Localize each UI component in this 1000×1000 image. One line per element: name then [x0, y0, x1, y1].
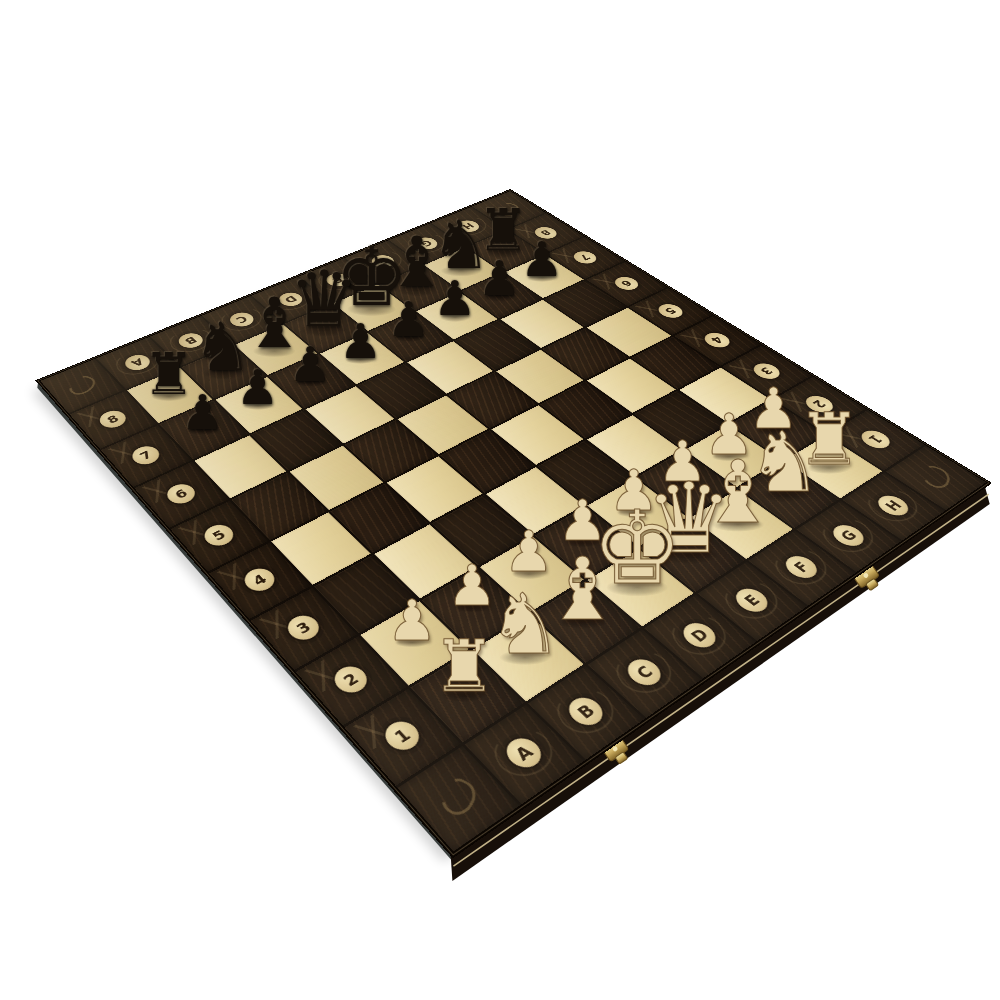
coordinate-medallion: A	[121, 352, 154, 373]
coordinate-medallion: 5	[654, 301, 688, 320]
coordinate-medallion: F	[368, 253, 399, 270]
coordinate-medallion: G	[411, 235, 441, 251]
coordinate-medallion: C	[226, 310, 258, 329]
coordinate-medallion: H	[453, 218, 483, 234]
coordinate-medallion: H	[873, 492, 914, 519]
coordinate-medallion: 1	[379, 716, 426, 755]
coordinate-medallion: 6	[610, 274, 643, 292]
coordinate-medallion: 1	[856, 427, 895, 451]
coordinate-medallion: C	[621, 655, 667, 691]
coordinate-medallion: 5	[199, 521, 238, 550]
carved-loop-icon	[919, 463, 953, 491]
carved-loop-icon	[434, 774, 482, 820]
coordinate-medallion: G	[827, 521, 869, 550]
chess-set-photo: ABCDEFGH8877665544332211ABCDEFGH ♜♞♝♛♚♝♞…	[0, 0, 1000, 1000]
coordinate-medallion: 3	[749, 360, 785, 381]
coordinate-medallion: B	[174, 331, 207, 351]
coordinate-medallion: 8	[95, 408, 130, 431]
coordinate-medallion: F	[780, 552, 823, 582]
coordinate-medallion: 3	[282, 611, 325, 644]
coordinate-medallion: A	[500, 733, 548, 773]
coordinate-medallion: E	[730, 584, 774, 616]
coordinate-medallion: D	[677, 618, 722, 652]
coordinate-medallion: 4	[239, 564, 280, 595]
coordinate-medallion: 6	[162, 481, 200, 508]
coordinate-medallion: D	[275, 290, 307, 309]
coordinate-medallion: E	[322, 271, 353, 289]
coordinate-medallion: 2	[328, 662, 373, 698]
coordinate-medallion: 8	[531, 225, 562, 241]
carved-loop-icon	[63, 374, 100, 398]
coordinate-medallion: 4	[700, 330, 735, 350]
coordinate-medallion: 7	[569, 249, 601, 266]
coordinate-medallion: 7	[128, 443, 164, 468]
carved-loop-icon	[494, 201, 522, 217]
coordinate-medallion: 2	[801, 393, 838, 416]
coordinate-medallion: B	[562, 693, 609, 731]
